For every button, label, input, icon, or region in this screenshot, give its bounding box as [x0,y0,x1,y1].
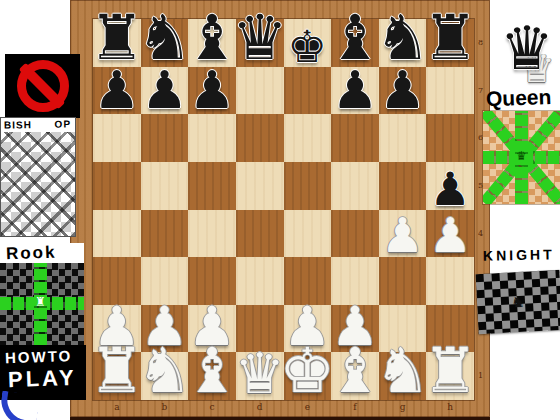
square-g5[interactable] [379,162,427,210]
piece-black-pawn-f7[interactable]: ♟ [332,64,379,116]
how-to-play-line2: PLAY [0,364,86,394]
square-h7[interactable] [426,67,474,115]
piece-white-pawn-h4[interactable]: ♟ [429,211,472,259]
piece-white-pawn-g4[interactable]: ♟ [381,211,424,259]
square-g1[interactable]: ♞ [379,352,427,400]
square-d5[interactable] [236,162,284,210]
square-e7[interactable] [284,67,332,115]
square-g4[interactable]: ♟ [379,210,427,258]
square-d1[interactable]: ♛ [236,352,284,400]
bishop-card-title: BISH OP [1,117,75,130]
square-d7[interactable] [236,67,284,115]
piece-black-pawn-h5[interactable]: ♟ [430,166,471,212]
square-f6[interactable] [331,114,379,162]
rook-icon: ♜ [34,296,47,309]
black-queen-illustration: ♛ [500,18,554,78]
square-b5[interactable] [141,162,189,210]
piece-white-rook-h1[interactable]: ♜ [422,340,478,402]
square-a1[interactable]: ♜ [93,352,141,400]
square-e5[interactable] [284,162,332,210]
square-b1[interactable]: ♞ [141,352,189,400]
square-h3[interactable] [426,257,474,305]
square-f7[interactable]: ♟ [331,67,379,115]
rook-moves-diagram: ♜ [0,263,84,345]
rook-card-title: Rook [0,242,84,264]
square-b7[interactable]: ♟ [141,67,189,115]
square-c6[interactable] [188,114,236,162]
square-h4[interactable]: ♟ [426,210,474,258]
square-a7[interactable]: ♟ [93,67,141,115]
piece-black-pawn-a7[interactable]: ♟ [94,64,141,116]
piece-black-pawn-b7[interactable]: ♟ [141,64,188,116]
bishop-tutorial-card: BISH OP [0,117,76,237]
piece-black-rook-h8[interactable]: ♜ [422,7,478,69]
square-a5[interactable] [93,162,141,210]
chess-app-window: ♜♞♝♛♚♝♞♜♟♟♟♟♟♟♟♟♟♟♟♟♟♜♞♝♛♚♝♞♜ abcdefgh 8… [0,0,560,420]
square-g3[interactable] [379,257,427,305]
square-e8[interactable]: ♚ [284,19,332,67]
square-a6[interactable] [93,114,141,162]
square-e6[interactable] [284,114,332,162]
square-e1[interactable]: ♚ [284,352,332,400]
piece-black-queen-d8[interactable]: ♛ [232,7,288,69]
square-d6[interactable] [236,114,284,162]
square-c4[interactable] [188,210,236,258]
blue-scribble-mark [0,391,40,420]
square-g6[interactable] [379,114,427,162]
knight-moves-diagram: ♞ [475,270,560,334]
queen-moves-diagram: ♛ [483,111,560,204]
square-g7[interactable]: ♟ [379,67,427,115]
no-entry-card[interactable] [5,54,80,118]
piece-black-pawn-g7[interactable]: ♟ [379,64,426,116]
board-squares: ♜♞♝♛♚♝♞♜♟♟♟♟♟♟♟♟♟♟♟♟♟♜♞♝♛♚♝♞♜ [93,19,474,400]
square-h6[interactable] [426,114,474,162]
square-d4[interactable] [236,210,284,258]
queen-label: Queen [486,85,560,112]
square-f5[interactable] [331,162,379,210]
square-c7[interactable]: ♟ [188,67,236,115]
bishop-title-left: BISH [4,119,32,130]
bishop-moves-diagram [1,132,75,236]
rook-tutorial-card: Rook ♜ [0,243,84,345]
square-e4[interactable] [284,210,332,258]
knight-icon: ♞ [510,294,527,311]
piece-black-king-e8[interactable]: ♚ [288,25,327,69]
bishop-title-right: OP [54,118,71,129]
piece-white-queen-d1[interactable]: ♛ [235,346,285,402]
piece-white-bishop-c1[interactable]: ♝ [184,340,240,402]
square-c1[interactable]: ♝ [188,352,236,400]
square-h1[interactable]: ♜ [426,352,474,400]
square-h8[interactable]: ♜ [426,19,474,67]
square-h5[interactable]: ♟ [426,162,474,210]
square-f4[interactable] [331,210,379,258]
chess-board: ♜♞♝♛♚♝♞♜♟♟♟♟♟♟♟♟♟♟♟♟♟♜♞♝♛♚♝♞♜ abcdefgh 8… [70,0,490,417]
square-b6[interactable] [141,114,189,162]
square-d3[interactable] [236,257,284,305]
square-b4[interactable] [141,210,189,258]
square-f1[interactable]: ♝ [331,352,379,400]
knight-label: KNIGHT [483,246,560,263]
piece-black-pawn-c7[interactable]: ♟ [189,64,236,116]
queen-icon: ♛ [515,150,528,163]
square-a4[interactable] [93,210,141,258]
square-c5[interactable] [188,162,236,210]
square-d8[interactable]: ♛ [236,19,284,67]
